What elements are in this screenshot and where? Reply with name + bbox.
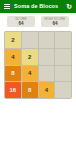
restart-icon[interactable]: ↻ [66, 3, 72, 10]
score-value: 64 [18, 21, 23, 26]
empty-cell [39, 66, 55, 82]
score-panel: SCORE 64 HIGH SCORE 64 [0, 16, 76, 27]
empty-cell [55, 32, 71, 48]
app-bar: Soma de Blocos ↻ [0, 0, 76, 13]
tile-4: 4 [39, 82, 55, 98]
empty-cell [55, 49, 71, 65]
game-board[interactable]: 242841684 [4, 31, 72, 99]
tile-8: 8 [22, 82, 38, 98]
tile-16: 16 [5, 82, 21, 98]
empty-cell [39, 32, 55, 48]
score-box: SCORE 64 [7, 16, 35, 27]
high-score-box: HIGH SCORE 64 [41, 16, 69, 27]
tile-4: 4 [22, 66, 38, 82]
empty-cell [55, 82, 71, 98]
empty-cell [22, 32, 38, 48]
tile-8: 8 [5, 66, 21, 82]
tile-2: 2 [5, 32, 21, 48]
tile-2: 2 [22, 49, 38, 65]
hamburger-menu-icon[interactable] [4, 4, 10, 9]
empty-cell [55, 66, 71, 82]
app-title: Soma de Blocos [14, 0, 66, 13]
high-score-value: 64 [52, 21, 57, 26]
tile-4: 4 [5, 49, 21, 65]
empty-cell [39, 49, 55, 65]
